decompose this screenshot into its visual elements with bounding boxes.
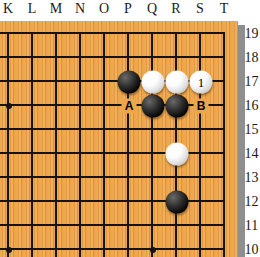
intersection-L10[interactable] xyxy=(20,237,44,257)
intersection-L16[interactable] xyxy=(20,93,44,117)
point-label-B-S16: B xyxy=(194,98,209,113)
intersection-S12[interactable] xyxy=(188,189,212,213)
intersection-R19[interactable] xyxy=(164,21,188,45)
intersection-O17[interactable] xyxy=(92,69,116,93)
col-label-P: P xyxy=(116,1,140,17)
intersection-T16[interactable] xyxy=(212,93,236,117)
intersection-M12[interactable] xyxy=(44,189,68,213)
intersection-L18[interactable] xyxy=(20,45,44,69)
intersection-N19[interactable] xyxy=(68,21,92,45)
intersection-L12[interactable] xyxy=(20,189,44,213)
intersection-N11[interactable] xyxy=(68,213,92,237)
go-board-diagram: KLMNOPQRST19181716151413121110AB1 xyxy=(0,0,260,257)
row-label-18: 18 xyxy=(243,48,260,65)
intersection-Q14[interactable] xyxy=(140,141,164,165)
intersection-L11[interactable] xyxy=(20,213,44,237)
intersection-N10[interactable] xyxy=(68,237,92,257)
intersection-P12[interactable] xyxy=(116,189,140,213)
intersection-L14[interactable] xyxy=(20,141,44,165)
intersection-K17[interactable] xyxy=(0,69,20,93)
intersection-T14[interactable] xyxy=(212,141,236,165)
intersection-P19[interactable] xyxy=(116,21,140,45)
intersection-T10[interactable] xyxy=(212,237,236,257)
intersection-N16[interactable] xyxy=(68,93,92,117)
intersection-M11[interactable] xyxy=(44,213,68,237)
intersection-M19[interactable] xyxy=(44,21,68,45)
stone-black-P17 xyxy=(118,70,141,93)
intersection-M14[interactable] xyxy=(44,141,68,165)
intersection-L19[interactable] xyxy=(20,21,44,45)
intersection-P11[interactable] xyxy=(116,213,140,237)
board-grid xyxy=(0,21,236,257)
star-point-K16 xyxy=(6,103,12,109)
stone-black-R16 xyxy=(166,94,189,117)
intersection-N13[interactable] xyxy=(68,165,92,189)
intersection-P14[interactable] xyxy=(116,141,140,165)
intersection-N14[interactable] xyxy=(68,141,92,165)
row-label-10: 10 xyxy=(243,240,260,257)
intersection-N15[interactable] xyxy=(68,117,92,141)
stone-white-S17: 1 xyxy=(190,70,213,93)
intersection-R18[interactable] xyxy=(164,45,188,69)
intersection-L17[interactable] xyxy=(20,69,44,93)
col-label-M: M xyxy=(44,1,68,17)
intersection-T19[interactable] xyxy=(212,21,236,45)
intersection-L15[interactable] xyxy=(20,117,44,141)
intersection-T11[interactable] xyxy=(212,213,236,237)
intersection-N18[interactable] xyxy=(68,45,92,69)
stone-white-R17 xyxy=(166,70,189,93)
row-label-12: 12 xyxy=(243,192,260,209)
intersection-R13[interactable] xyxy=(164,165,188,189)
col-label-L: L xyxy=(20,1,44,17)
intersection-P15[interactable] xyxy=(116,117,140,141)
intersection-K15[interactable] xyxy=(0,117,20,141)
row-label-15: 15 xyxy=(243,120,260,137)
intersection-T13[interactable] xyxy=(212,165,236,189)
intersection-N17[interactable] xyxy=(68,69,92,93)
intersection-Q11[interactable] xyxy=(140,213,164,237)
intersection-S19[interactable] xyxy=(188,21,212,45)
row-label-14: 14 xyxy=(243,144,260,161)
intersection-K12[interactable] xyxy=(0,189,20,213)
intersection-O12[interactable] xyxy=(92,189,116,213)
intersection-R15[interactable] xyxy=(164,117,188,141)
intersection-S10[interactable] xyxy=(188,237,212,257)
intersection-K19[interactable] xyxy=(0,21,20,45)
col-label-T: T xyxy=(212,1,236,17)
move-number-1: 1 xyxy=(198,75,205,88)
intersection-S15[interactable] xyxy=(188,117,212,141)
intersection-O10[interactable] xyxy=(92,237,116,257)
row-label-19: 19 xyxy=(243,24,260,41)
intersection-N12[interactable] xyxy=(68,189,92,213)
col-label-K: K xyxy=(0,1,20,17)
intersection-T15[interactable] xyxy=(212,117,236,141)
intersection-R11[interactable] xyxy=(164,213,188,237)
intersection-Q13[interactable] xyxy=(140,165,164,189)
star-point-K10 xyxy=(6,247,12,253)
intersection-T18[interactable] xyxy=(212,45,236,69)
stone-black-R12 xyxy=(166,190,189,213)
intersection-T12[interactable] xyxy=(212,189,236,213)
intersection-K14[interactable] xyxy=(0,141,20,165)
intersection-M18[interactable] xyxy=(44,45,68,69)
col-label-R: R xyxy=(164,1,188,17)
intersection-Q12[interactable] xyxy=(140,189,164,213)
intersection-O18[interactable] xyxy=(92,45,116,69)
intersection-S14[interactable] xyxy=(188,141,212,165)
intersection-Q18[interactable] xyxy=(140,45,164,69)
col-label-N: N xyxy=(68,1,92,17)
col-label-S: S xyxy=(188,1,212,17)
intersection-O15[interactable] xyxy=(92,117,116,141)
intersection-Q19[interactable] xyxy=(140,21,164,45)
intersection-M16[interactable] xyxy=(44,93,68,117)
intersection-O14[interactable] xyxy=(92,141,116,165)
intersection-P18[interactable] xyxy=(116,45,140,69)
star-point-Q10 xyxy=(150,247,156,253)
intersection-K13[interactable] xyxy=(0,165,20,189)
intersection-S11[interactable] xyxy=(188,213,212,237)
intersection-K11[interactable] xyxy=(0,213,20,237)
intersection-O16[interactable] xyxy=(92,93,116,117)
intersection-O11[interactable] xyxy=(92,213,116,237)
intersection-P10[interactable] xyxy=(116,237,140,257)
stone-white-Q17 xyxy=(142,70,165,93)
row-label-11: 11 xyxy=(243,216,260,233)
col-label-Q: Q xyxy=(140,1,164,17)
intersection-M15[interactable] xyxy=(44,117,68,141)
stone-white-R14 xyxy=(166,142,189,165)
intersection-P13[interactable] xyxy=(116,165,140,189)
intersection-K18[interactable] xyxy=(0,45,20,69)
intersection-L13[interactable] xyxy=(20,165,44,189)
intersection-T17[interactable] xyxy=(212,69,236,93)
point-label-A-P16: A xyxy=(122,98,137,113)
intersection-M10[interactable] xyxy=(44,237,68,257)
row-label-16: 16 xyxy=(243,96,260,113)
intersection-Q15[interactable] xyxy=(140,117,164,141)
intersection-O19[interactable] xyxy=(92,21,116,45)
stone-black-Q16 xyxy=(142,94,165,117)
intersection-S18[interactable] xyxy=(188,45,212,69)
intersection-M17[interactable] xyxy=(44,69,68,93)
col-label-O: O xyxy=(92,1,116,17)
intersection-M13[interactable] xyxy=(44,165,68,189)
intersection-O13[interactable] xyxy=(92,165,116,189)
intersection-S13[interactable] xyxy=(188,165,212,189)
row-label-17: 17 xyxy=(243,72,260,89)
row-label-13: 13 xyxy=(243,168,260,185)
intersection-R10[interactable] xyxy=(164,237,188,257)
